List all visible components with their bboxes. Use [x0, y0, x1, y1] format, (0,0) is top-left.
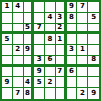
cell-r4c3[interactable]	[24, 34, 35, 45]
cell-r3c8[interactable]	[77, 24, 88, 35]
cell-r9c6[interactable]	[56, 88, 67, 99]
cell-r5c5[interactable]	[45, 45, 56, 56]
cell-r5c9[interactable]	[88, 45, 99, 56]
cell-r4c1[interactable]: 5	[2, 34, 13, 45]
cell-r2c4[interactable]	[34, 13, 45, 24]
cell-r3c2[interactable]	[13, 24, 24, 35]
cell-r8c4[interactable]: 5	[34, 77, 45, 88]
cell-r1c6[interactable]	[56, 2, 67, 13]
cell-r8c1[interactable]: 9	[2, 77, 13, 88]
cell-r4c9[interactable]	[88, 34, 99, 45]
cell-r7c3[interactable]	[24, 67, 35, 78]
cell-r4c4[interactable]	[34, 34, 45, 45]
cell-r7c1[interactable]	[2, 67, 13, 78]
cell-r6c8[interactable]	[77, 56, 88, 67]
cell-r7c8[interactable]	[77, 67, 88, 78]
cell-r5c6[interactable]	[56, 45, 67, 56]
cell-r9c4[interactable]	[34, 88, 45, 99]
cell-r8c5[interactable]: 2	[45, 77, 56, 88]
cell-r9c5[interactable]	[45, 88, 56, 99]
cell-r5c2[interactable]: 2	[13, 45, 24, 56]
cell-r6c5[interactable]: 6	[45, 56, 56, 67]
cell-r4c6[interactable]: 1	[56, 34, 67, 45]
cell-r3c1[interactable]	[2, 24, 13, 35]
cell-r5c7[interactable]: 3	[67, 45, 78, 56]
cell-r1c4[interactable]	[34, 2, 45, 13]
cell-r2c8[interactable]	[77, 13, 88, 24]
cell-r1c3[interactable]	[24, 2, 35, 13]
cell-r3c7[interactable]	[67, 24, 78, 35]
cell-r6c6[interactable]	[56, 56, 67, 67]
cell-r6c4[interactable]: 3	[34, 56, 45, 67]
cell-r4c7[interactable]	[67, 34, 78, 45]
cell-r2c2[interactable]	[13, 13, 24, 24]
cell-r2c9[interactable]: 5	[88, 13, 99, 24]
cell-r5c4[interactable]	[34, 45, 45, 56]
cell-r6c2[interactable]	[13, 56, 24, 67]
cell-r4c2[interactable]	[13, 34, 24, 45]
cell-r9c2[interactable]: 7	[13, 88, 24, 99]
cell-r8c9[interactable]	[88, 77, 99, 88]
cell-r1c1[interactable]: 1	[2, 2, 13, 13]
cell-r2c6[interactable]: 3	[56, 13, 67, 24]
cell-r8c3[interactable]: 4	[24, 77, 35, 88]
cell-r9c8[interactable]: 2	[77, 88, 88, 99]
cell-r9c1[interactable]	[2, 88, 13, 99]
cell-r6c7[interactable]	[67, 56, 78, 67]
cell-r2c1[interactable]	[2, 13, 13, 24]
cell-r2c3[interactable]	[24, 13, 35, 24]
cell-r8c7[interactable]	[67, 77, 78, 88]
cell-r1c9[interactable]	[88, 2, 99, 13]
cell-r1c5[interactable]	[45, 2, 56, 13]
cell-r3c9[interactable]	[88, 24, 99, 35]
cell-r1c2[interactable]: 4	[13, 2, 24, 13]
cell-r6c9[interactable]: 8	[88, 56, 99, 67]
cell-r1c7[interactable]: 9	[67, 2, 78, 13]
cell-r7c7[interactable]: 6	[67, 67, 78, 78]
cell-r2c7[interactable]: 8	[67, 13, 78, 24]
cell-r7c4[interactable]: 9	[34, 67, 45, 78]
cell-r2c5[interactable]: 4	[45, 13, 56, 24]
cell-r9c7[interactable]	[67, 88, 78, 99]
cell-r6c1[interactable]	[2, 56, 13, 67]
cell-r7c9[interactable]	[88, 67, 99, 78]
cell-r7c6[interactable]: 7	[56, 67, 67, 78]
cell-r7c2[interactable]	[13, 67, 24, 78]
cell-r5c1[interactable]	[2, 45, 13, 56]
cell-r9c3[interactable]: 8	[24, 88, 35, 99]
cell-r1c8[interactable]: 7	[77, 2, 88, 13]
cell-r3c6[interactable]: 2	[56, 24, 67, 35]
cell-r9c9[interactable]: 9	[88, 88, 99, 99]
cell-r3c3[interactable]: 5	[24, 24, 35, 35]
cell-r8c6[interactable]	[56, 77, 67, 88]
cell-r5c8[interactable]: 1	[77, 45, 88, 56]
cell-r3c4[interactable]: 7	[34, 24, 45, 35]
sudoku-board: 14974385572581293136897694527829	[0, 0, 101, 101]
cell-r4c5[interactable]: 8	[45, 34, 56, 45]
cell-r8c8[interactable]	[77, 77, 88, 88]
cell-r5c3[interactable]: 9	[24, 45, 35, 56]
cell-r6c3[interactable]	[24, 56, 35, 67]
cell-r8c2[interactable]	[13, 77, 24, 88]
cell-r3c5[interactable]	[45, 24, 56, 35]
cell-r4c8[interactable]	[77, 34, 88, 45]
cell-r7c5[interactable]	[45, 67, 56, 78]
